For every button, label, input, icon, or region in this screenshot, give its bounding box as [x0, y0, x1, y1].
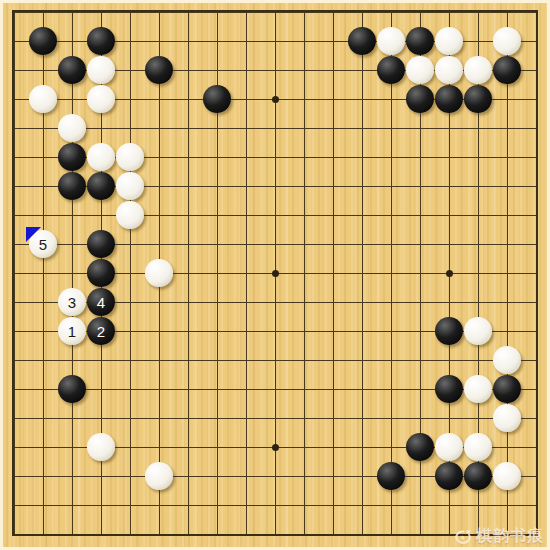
intersection-6-9[interactable]	[174, 259, 203, 288]
intersection-18-8[interactable]	[522, 230, 550, 259]
intersection-18-5[interactable]	[522, 143, 550, 172]
intersection-8-0[interactable]	[232, 0, 261, 27]
intersection-11-11[interactable]	[319, 317, 348, 346]
intersection-13-2[interactable]	[377, 56, 406, 85]
intersection-12-17[interactable]	[348, 491, 377, 520]
intersection-18-13[interactable]	[522, 375, 550, 404]
intersection-5-4[interactable]	[145, 114, 174, 143]
intersection-17-18[interactable]	[493, 520, 522, 549]
intersection-3-12[interactable]	[87, 346, 116, 375]
intersection-13-17[interactable]	[377, 491, 406, 520]
intersection-4-7[interactable]	[116, 201, 145, 230]
intersection-14-15[interactable]	[406, 433, 435, 462]
intersection-2-1[interactable]	[58, 27, 87, 56]
intersection-2-8[interactable]	[58, 230, 87, 259]
intersection-6-13[interactable]	[174, 375, 203, 404]
intersection-3-14[interactable]	[87, 404, 116, 433]
intersection-5-5[interactable]	[145, 143, 174, 172]
black-stone[interactable]	[87, 230, 115, 258]
intersection-2-3[interactable]	[58, 85, 87, 114]
intersection-0-6[interactable]	[0, 172, 29, 201]
intersection-15-2[interactable]	[435, 56, 464, 85]
intersection-8-10[interactable]	[232, 288, 261, 317]
intersection-9-16[interactable]	[261, 462, 290, 491]
intersection-4-4[interactable]	[116, 114, 145, 143]
intersection-10-5[interactable]	[290, 143, 319, 172]
intersection-10-10[interactable]	[290, 288, 319, 317]
intersection-1-17[interactable]	[29, 491, 58, 520]
white-stone[interactable]: 1	[58, 317, 86, 345]
intersection-16-17[interactable]	[464, 491, 493, 520]
intersection-14-1[interactable]	[406, 27, 435, 56]
intersection-11-16[interactable]	[319, 462, 348, 491]
intersection-15-5[interactable]	[435, 143, 464, 172]
intersection-12-6[interactable]	[348, 172, 377, 201]
intersection-1-9[interactable]	[29, 259, 58, 288]
intersection-8-15[interactable]	[232, 433, 261, 462]
intersection-3-10[interactable]: 4	[87, 288, 116, 317]
intersection-17-1[interactable]	[493, 27, 522, 56]
intersection-10-0[interactable]	[290, 0, 319, 27]
white-stone[interactable]	[87, 56, 115, 84]
intersection-16-15[interactable]	[464, 433, 493, 462]
intersection-14-4[interactable]	[406, 114, 435, 143]
intersection-15-13[interactable]	[435, 375, 464, 404]
intersection-7-15[interactable]	[203, 433, 232, 462]
intersection-9-5[interactable]	[261, 143, 290, 172]
intersection-2-14[interactable]	[58, 404, 87, 433]
intersection-8-11[interactable]	[232, 317, 261, 346]
intersection-9-4[interactable]	[261, 114, 290, 143]
intersection-3-13[interactable]	[87, 375, 116, 404]
intersection-13-10[interactable]	[377, 288, 406, 317]
intersection-7-16[interactable]	[203, 462, 232, 491]
intersection-17-4[interactable]	[493, 114, 522, 143]
intersection-16-3[interactable]	[464, 85, 493, 114]
intersection-16-13[interactable]	[464, 375, 493, 404]
intersection-17-12[interactable]	[493, 346, 522, 375]
intersection-5-9[interactable]	[145, 259, 174, 288]
intersection-18-7[interactable]	[522, 201, 550, 230]
intersection-6-18[interactable]	[174, 520, 203, 549]
intersection-18-15[interactable]	[522, 433, 550, 462]
intersection-6-7[interactable]	[174, 201, 203, 230]
intersection-5-8[interactable]	[145, 230, 174, 259]
intersection-16-18[interactable]	[464, 520, 493, 549]
intersection-6-11[interactable]	[174, 317, 203, 346]
intersection-6-15[interactable]	[174, 433, 203, 462]
intersection-7-11[interactable]	[203, 317, 232, 346]
intersection-12-8[interactable]	[348, 230, 377, 259]
intersection-5-16[interactable]	[145, 462, 174, 491]
intersection-2-17[interactable]	[58, 491, 87, 520]
intersection-1-13[interactable]	[29, 375, 58, 404]
intersection-18-0[interactable]	[522, 0, 550, 27]
intersection-17-9[interactable]	[493, 259, 522, 288]
intersection-10-18[interactable]	[290, 520, 319, 549]
intersection-9-6[interactable]	[261, 172, 290, 201]
intersection-13-8[interactable]	[377, 230, 406, 259]
intersection-7-10[interactable]	[203, 288, 232, 317]
intersection-1-5[interactable]	[29, 143, 58, 172]
intersection-3-1[interactable]	[87, 27, 116, 56]
intersection-9-13[interactable]	[261, 375, 290, 404]
intersection-11-18[interactable]	[319, 520, 348, 549]
intersection-8-17[interactable]	[232, 491, 261, 520]
intersection-2-6[interactable]	[58, 172, 87, 201]
intersection-4-0[interactable]	[116, 0, 145, 27]
black-stone[interactable]	[203, 85, 231, 113]
intersection-15-10[interactable]	[435, 288, 464, 317]
intersection-14-8[interactable]	[406, 230, 435, 259]
intersection-11-6[interactable]	[319, 172, 348, 201]
intersection-18-3[interactable]	[522, 85, 550, 114]
intersection-8-4[interactable]	[232, 114, 261, 143]
intersection-10-9[interactable]	[290, 259, 319, 288]
intersection-17-10[interactable]	[493, 288, 522, 317]
intersection-8-6[interactable]	[232, 172, 261, 201]
intersection-9-9[interactable]	[261, 259, 290, 288]
intersection-16-4[interactable]	[464, 114, 493, 143]
intersection-16-2[interactable]	[464, 56, 493, 85]
intersection-3-17[interactable]	[87, 491, 116, 520]
intersection-2-15[interactable]	[58, 433, 87, 462]
intersection-4-18[interactable]	[116, 520, 145, 549]
intersection-8-2[interactable]	[232, 56, 261, 85]
intersection-6-8[interactable]	[174, 230, 203, 259]
intersection-11-14[interactable]	[319, 404, 348, 433]
black-stone[interactable]	[493, 56, 521, 84]
intersection-18-18[interactable]	[522, 520, 550, 549]
intersection-6-0[interactable]	[174, 0, 203, 27]
intersection-0-12[interactable]	[0, 346, 29, 375]
intersection-13-0[interactable]	[377, 0, 406, 27]
intersection-16-8[interactable]	[464, 230, 493, 259]
black-stone[interactable]	[29, 27, 57, 55]
intersection-11-4[interactable]	[319, 114, 348, 143]
intersection-7-9[interactable]	[203, 259, 232, 288]
intersection-0-18[interactable]	[0, 520, 29, 549]
intersection-3-18[interactable]	[87, 520, 116, 549]
intersection-18-10[interactable]	[522, 288, 550, 317]
intersection-12-12[interactable]	[348, 346, 377, 375]
intersection-16-16[interactable]	[464, 462, 493, 491]
intersection-5-2[interactable]	[145, 56, 174, 85]
intersection-0-13[interactable]	[0, 375, 29, 404]
intersection-4-2[interactable]	[116, 56, 145, 85]
white-stone[interactable]	[116, 172, 144, 200]
intersection-7-8[interactable]	[203, 230, 232, 259]
intersection-16-0[interactable]	[464, 0, 493, 27]
intersection-2-9[interactable]	[58, 259, 87, 288]
black-stone[interactable]	[406, 27, 434, 55]
intersection-10-6[interactable]	[290, 172, 319, 201]
intersection-1-1[interactable]	[29, 27, 58, 56]
intersection-7-1[interactable]	[203, 27, 232, 56]
intersection-0-2[interactable]	[0, 56, 29, 85]
intersection-7-13[interactable]	[203, 375, 232, 404]
black-stone[interactable]: 2	[87, 317, 115, 345]
intersection-5-10[interactable]	[145, 288, 174, 317]
intersection-2-2[interactable]	[58, 56, 87, 85]
intersection-16-5[interactable]	[464, 143, 493, 172]
white-stone[interactable]	[493, 462, 521, 490]
intersection-8-1[interactable]	[232, 27, 261, 56]
white-stone[interactable]	[493, 404, 521, 432]
intersection-11-13[interactable]	[319, 375, 348, 404]
intersection-10-12[interactable]	[290, 346, 319, 375]
intersection-9-18[interactable]	[261, 520, 290, 549]
black-stone[interactable]	[464, 462, 492, 490]
go-board[interactable]: 53412	[0, 0, 550, 550]
intersection-1-14[interactable]	[29, 404, 58, 433]
intersection-0-7[interactable]	[0, 201, 29, 230]
intersection-6-5[interactable]	[174, 143, 203, 172]
intersection-11-8[interactable]	[319, 230, 348, 259]
intersection-18-16[interactable]	[522, 462, 550, 491]
intersection-7-12[interactable]	[203, 346, 232, 375]
intersection-8-14[interactable]	[232, 404, 261, 433]
black-stone[interactable]	[87, 172, 115, 200]
intersection-12-16[interactable]	[348, 462, 377, 491]
intersection-10-17[interactable]	[290, 491, 319, 520]
intersection-18-12[interactable]	[522, 346, 550, 375]
intersection-17-16[interactable]	[493, 462, 522, 491]
intersection-10-16[interactable]	[290, 462, 319, 491]
intersection-17-0[interactable]	[493, 0, 522, 27]
white-stone[interactable]	[29, 85, 57, 113]
intersection-2-4[interactable]	[58, 114, 87, 143]
intersection-16-12[interactable]	[464, 346, 493, 375]
white-stone[interactable]	[145, 462, 173, 490]
intersection-2-12[interactable]	[58, 346, 87, 375]
intersection-5-7[interactable]	[145, 201, 174, 230]
intersection-11-3[interactable]	[319, 85, 348, 114]
white-stone[interactable]	[116, 143, 144, 171]
intersection-4-8[interactable]	[116, 230, 145, 259]
black-stone[interactable]	[435, 85, 463, 113]
intersection-9-1[interactable]	[261, 27, 290, 56]
intersection-10-1[interactable]	[290, 27, 319, 56]
intersection-15-7[interactable]	[435, 201, 464, 230]
white-stone[interactable]	[58, 114, 86, 142]
intersection-18-9[interactable]	[522, 259, 550, 288]
white-stone[interactable]	[493, 346, 521, 374]
black-stone[interactable]	[58, 143, 86, 171]
intersection-3-6[interactable]	[87, 172, 116, 201]
intersection-10-11[interactable]	[290, 317, 319, 346]
intersection-15-8[interactable]	[435, 230, 464, 259]
intersection-10-7[interactable]	[290, 201, 319, 230]
white-stone[interactable]	[435, 56, 463, 84]
white-stone[interactable]	[464, 56, 492, 84]
intersection-1-6[interactable]	[29, 172, 58, 201]
white-stone[interactable]	[464, 317, 492, 345]
intersection-12-15[interactable]	[348, 433, 377, 462]
white-stone[interactable]	[87, 85, 115, 113]
intersection-16-11[interactable]	[464, 317, 493, 346]
intersection-12-2[interactable]	[348, 56, 377, 85]
black-stone[interactable]	[377, 56, 405, 84]
intersection-5-0[interactable]	[145, 0, 174, 27]
intersection-9-15[interactable]	[261, 433, 290, 462]
black-stone[interactable]	[435, 462, 463, 490]
intersection-9-11[interactable]	[261, 317, 290, 346]
intersection-0-16[interactable]	[0, 462, 29, 491]
intersection-4-16[interactable]	[116, 462, 145, 491]
intersection-13-16[interactable]	[377, 462, 406, 491]
intersection-9-17[interactable]	[261, 491, 290, 520]
intersection-1-0[interactable]	[29, 0, 58, 27]
intersection-8-3[interactable]	[232, 85, 261, 114]
intersection-5-18[interactable]	[145, 520, 174, 549]
intersection-6-4[interactable]	[174, 114, 203, 143]
intersection-18-2[interactable]	[522, 56, 550, 85]
black-stone[interactable]: 4	[87, 288, 115, 316]
black-stone[interactable]	[145, 56, 173, 84]
intersection-9-12[interactable]	[261, 346, 290, 375]
intersection-3-2[interactable]	[87, 56, 116, 85]
intersection-12-4[interactable]	[348, 114, 377, 143]
intersection-12-1[interactable]	[348, 27, 377, 56]
white-stone[interactable]: 3	[58, 288, 86, 316]
intersection-18-14[interactable]	[522, 404, 550, 433]
intersection-10-8[interactable]	[290, 230, 319, 259]
black-stone[interactable]	[58, 56, 86, 84]
intersection-5-14[interactable]	[145, 404, 174, 433]
intersection-14-10[interactable]	[406, 288, 435, 317]
intersection-7-2[interactable]	[203, 56, 232, 85]
intersection-2-16[interactable]	[58, 462, 87, 491]
intersection-6-3[interactable]	[174, 85, 203, 114]
intersection-6-6[interactable]	[174, 172, 203, 201]
intersection-1-11[interactable]	[29, 317, 58, 346]
intersection-0-4[interactable]	[0, 114, 29, 143]
intersection-4-1[interactable]	[116, 27, 145, 56]
intersection-4-17[interactable]	[116, 491, 145, 520]
intersection-14-12[interactable]	[406, 346, 435, 375]
intersection-9-7[interactable]	[261, 201, 290, 230]
intersection-12-9[interactable]	[348, 259, 377, 288]
intersection-3-8[interactable]	[87, 230, 116, 259]
intersection-9-14[interactable]	[261, 404, 290, 433]
intersection-1-2[interactable]	[29, 56, 58, 85]
intersection-15-9[interactable]	[435, 259, 464, 288]
black-stone[interactable]	[435, 375, 463, 403]
intersection-9-8[interactable]	[261, 230, 290, 259]
intersection-1-10[interactable]	[29, 288, 58, 317]
intersection-3-3[interactable]	[87, 85, 116, 114]
intersection-4-12[interactable]	[116, 346, 145, 375]
intersection-14-11[interactable]	[406, 317, 435, 346]
white-stone[interactable]	[435, 27, 463, 55]
intersection-8-18[interactable]	[232, 520, 261, 549]
intersection-3-15[interactable]	[87, 433, 116, 462]
intersection-13-11[interactable]	[377, 317, 406, 346]
intersection-0-5[interactable]	[0, 143, 29, 172]
intersection-12-11[interactable]	[348, 317, 377, 346]
intersection-7-0[interactable]	[203, 0, 232, 27]
intersection-12-13[interactable]	[348, 375, 377, 404]
intersection-8-13[interactable]	[232, 375, 261, 404]
intersection-8-8[interactable]	[232, 230, 261, 259]
intersection-13-1[interactable]	[377, 27, 406, 56]
intersection-5-15[interactable]	[145, 433, 174, 462]
intersection-15-12[interactable]	[435, 346, 464, 375]
intersection-4-14[interactable]	[116, 404, 145, 433]
intersection-3-9[interactable]	[87, 259, 116, 288]
intersection-14-6[interactable]	[406, 172, 435, 201]
intersection-11-0[interactable]	[319, 0, 348, 27]
intersection-4-13[interactable]	[116, 375, 145, 404]
intersection-9-2[interactable]	[261, 56, 290, 85]
intersection-13-18[interactable]	[377, 520, 406, 549]
intersection-15-4[interactable]	[435, 114, 464, 143]
intersection-6-16[interactable]	[174, 462, 203, 491]
intersection-8-9[interactable]	[232, 259, 261, 288]
intersection-12-18[interactable]	[348, 520, 377, 549]
black-stone[interactable]	[464, 85, 492, 113]
white-stone[interactable]	[464, 375, 492, 403]
intersection-1-3[interactable]	[29, 85, 58, 114]
intersection-0-8[interactable]	[0, 230, 29, 259]
intersection-6-2[interactable]	[174, 56, 203, 85]
white-stone[interactable]	[87, 143, 115, 171]
intersection-5-13[interactable]	[145, 375, 174, 404]
black-stone[interactable]	[435, 317, 463, 345]
black-stone[interactable]	[493, 375, 521, 403]
white-stone[interactable]	[116, 201, 144, 229]
intersection-14-17[interactable]	[406, 491, 435, 520]
intersection-13-15[interactable]	[377, 433, 406, 462]
intersection-1-15[interactable]	[29, 433, 58, 462]
intersection-2-11[interactable]: 1	[58, 317, 87, 346]
intersection-3-16[interactable]	[87, 462, 116, 491]
intersection-13-9[interactable]	[377, 259, 406, 288]
intersection-11-1[interactable]	[319, 27, 348, 56]
intersection-0-15[interactable]	[0, 433, 29, 462]
intersection-12-14[interactable]	[348, 404, 377, 433]
intersection-13-3[interactable]	[377, 85, 406, 114]
intersection-10-4[interactable]	[290, 114, 319, 143]
black-stone[interactable]	[377, 462, 405, 490]
intersection-12-7[interactable]	[348, 201, 377, 230]
intersection-5-6[interactable]	[145, 172, 174, 201]
intersection-12-5[interactable]	[348, 143, 377, 172]
intersection-15-1[interactable]	[435, 27, 464, 56]
intersection-15-11[interactable]	[435, 317, 464, 346]
black-stone[interactable]	[406, 433, 434, 461]
intersection-17-5[interactable]	[493, 143, 522, 172]
white-stone[interactable]: 5	[29, 230, 57, 258]
intersection-0-10[interactable]	[0, 288, 29, 317]
intersection-2-10[interactable]: 3	[58, 288, 87, 317]
intersection-6-14[interactable]	[174, 404, 203, 433]
intersection-13-7[interactable]	[377, 201, 406, 230]
intersection-16-10[interactable]	[464, 288, 493, 317]
intersection-1-7[interactable]	[29, 201, 58, 230]
intersection-12-0[interactable]	[348, 0, 377, 27]
intersection-14-9[interactable]	[406, 259, 435, 288]
intersection-17-2[interactable]	[493, 56, 522, 85]
intersection-14-0[interactable]	[406, 0, 435, 27]
intersection-16-6[interactable]	[464, 172, 493, 201]
intersection-5-3[interactable]	[145, 85, 174, 114]
intersection-8-12[interactable]	[232, 346, 261, 375]
intersection-7-17[interactable]	[203, 491, 232, 520]
intersection-17-3[interactable]	[493, 85, 522, 114]
intersection-13-5[interactable]	[377, 143, 406, 172]
